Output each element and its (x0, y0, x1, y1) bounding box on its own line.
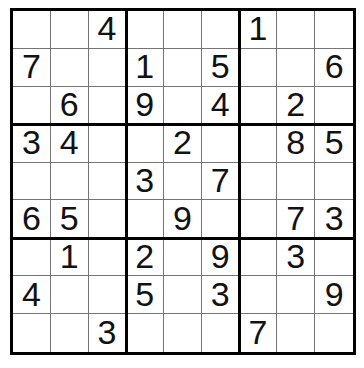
cell-r3c1[interactable] (13, 87, 51, 125)
cell-r9c1[interactable] (13, 314, 51, 352)
cell-r9c4[interactable] (126, 314, 164, 352)
cell-r8c8[interactable] (277, 276, 315, 314)
cell-r7c2[interactable]: 1 (51, 238, 89, 276)
cell-r7c8[interactable]: 3 (277, 238, 315, 276)
cell-r7c4[interactable]: 2 (126, 238, 164, 276)
cell-r9c8[interactable] (277, 314, 315, 352)
cell-r7c9[interactable] (315, 238, 353, 276)
cell-r3c7[interactable] (240, 87, 278, 125)
cell-r4c2[interactable]: 4 (51, 125, 89, 163)
cell-r1c8[interactable] (277, 11, 315, 49)
cell-r2c4[interactable]: 1 (126, 49, 164, 87)
cell-r8c9[interactable]: 9 (315, 276, 353, 314)
cell-r5c5[interactable] (164, 163, 202, 201)
cell-r1c6[interactable] (202, 11, 240, 49)
cell-r8c3[interactable] (89, 276, 127, 314)
cell-r4c6[interactable] (202, 125, 240, 163)
cell-r4c7[interactable] (240, 125, 278, 163)
cell-r1c9[interactable] (315, 11, 353, 49)
cell-r7c3[interactable] (89, 238, 127, 276)
cell-r2c6[interactable]: 5 (202, 49, 240, 87)
cell-r8c4[interactable]: 5 (126, 276, 164, 314)
cell-r8c6[interactable]: 3 (202, 276, 240, 314)
cell-r3c8[interactable]: 2 (277, 87, 315, 125)
sudoku-cells: 41715669423428537659731293453937 (13, 11, 353, 352)
cell-r8c7[interactable] (240, 276, 278, 314)
cell-r9c9[interactable] (315, 314, 353, 352)
cell-r2c7[interactable] (240, 49, 278, 87)
cell-r8c1[interactable]: 4 (13, 276, 51, 314)
cell-r5c1[interactable] (13, 163, 51, 201)
cell-r2c3[interactable] (89, 49, 127, 87)
cell-r1c7[interactable]: 1 (240, 11, 278, 49)
cell-r5c2[interactable] (51, 163, 89, 201)
cell-r4c8[interactable]: 8 (277, 125, 315, 163)
cell-r5c7[interactable] (240, 163, 278, 201)
cell-r8c2[interactable] (51, 276, 89, 314)
cell-r5c9[interactable] (315, 163, 353, 201)
cell-r7c7[interactable] (240, 238, 278, 276)
cell-r4c5[interactable]: 2 (164, 125, 202, 163)
cell-r6c7[interactable] (240, 200, 278, 238)
cell-r1c5[interactable] (164, 11, 202, 49)
cell-r9c7[interactable]: 7 (240, 314, 278, 352)
cell-r4c9[interactable]: 5 (315, 125, 353, 163)
cell-r6c3[interactable] (89, 200, 127, 238)
cell-r7c6[interactable]: 9 (202, 238, 240, 276)
cell-r8c5[interactable] (164, 276, 202, 314)
cell-r3c3[interactable] (89, 87, 127, 125)
cell-r2c1[interactable]: 7 (13, 49, 51, 87)
cell-r6c9[interactable]: 3 (315, 200, 353, 238)
cell-r2c5[interactable] (164, 49, 202, 87)
cell-r7c5[interactable] (164, 238, 202, 276)
cell-r2c9[interactable]: 6 (315, 49, 353, 87)
cell-r9c5[interactable] (164, 314, 202, 352)
cell-r6c5[interactable]: 9 (164, 200, 202, 238)
cell-r1c2[interactable] (51, 11, 89, 49)
cell-r4c1[interactable]: 3 (13, 125, 51, 163)
cell-r9c3[interactable]: 3 (89, 314, 127, 352)
cell-r4c3[interactable] (89, 125, 127, 163)
cell-r5c3[interactable] (89, 163, 127, 201)
cell-r3c4[interactable]: 9 (126, 87, 164, 125)
cell-r6c1[interactable]: 6 (13, 200, 51, 238)
sudoku-board: 41715669423428537659731293453937 (10, 8, 356, 355)
cell-r3c9[interactable] (315, 87, 353, 125)
cell-r1c4[interactable] (126, 11, 164, 49)
cell-r9c2[interactable] (51, 314, 89, 352)
cell-r1c3[interactable]: 4 (89, 11, 127, 49)
cell-r6c8[interactable]: 7 (277, 200, 315, 238)
cell-r9c6[interactable] (202, 314, 240, 352)
sudoku-page: 41715669423428537659731293453937 (0, 0, 364, 368)
cell-r1c1[interactable] (13, 11, 51, 49)
cell-r5c4[interactable]: 3 (126, 163, 164, 201)
cell-r5c8[interactable] (277, 163, 315, 201)
cell-r6c2[interactable]: 5 (51, 200, 89, 238)
cell-r3c5[interactable] (164, 87, 202, 125)
cell-r2c8[interactable] (277, 49, 315, 87)
cell-r3c6[interactable]: 4 (202, 87, 240, 125)
cell-r6c4[interactable] (126, 200, 164, 238)
cell-r6c6[interactable] (202, 200, 240, 238)
cell-r4c4[interactable] (126, 125, 164, 163)
cell-r7c1[interactable] (13, 238, 51, 276)
cell-r3c2[interactable]: 6 (51, 87, 89, 125)
cell-r5c6[interactable]: 7 (202, 163, 240, 201)
cell-r2c2[interactable] (51, 49, 89, 87)
